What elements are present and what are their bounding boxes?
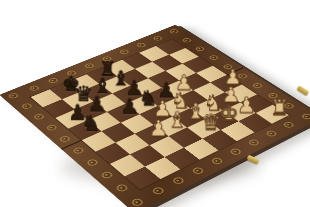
brass-ring-ornament [191,166,205,175]
brass-ring-ornament [251,82,263,89]
brass-ring-ornament [136,42,147,48]
brass-ring-ornament [119,49,131,55]
brass-ring-ornament [84,63,96,69]
brass-ring-ornament [47,77,59,84]
brass-ring-ornament [100,171,114,180]
chess-board: ♚♜♛♝♝♟♟♟♞♟♞♟♟♟♞♟♟♝♝♞♟♛♚♟♜ [0,25,310,207]
brass-ring-ornament [7,92,19,99]
brass-ring-ornament [168,28,179,34]
brass-ring-ornament [28,85,40,92]
brass-ring-ornament [86,158,100,167]
photo-background: ♚♜♛♝♝♟♟♟♞♟♞♟♟♟♞♟♟♝♝♞♟♛♚♟♜ [0,0,310,207]
brass-ring-ornament [300,113,310,120]
brass-ring-ornament [265,130,278,138]
black-knight[interactable]: ♞ [79,112,103,135]
brass-ring-ornament [58,135,71,143]
brass-ring-ornament [151,186,165,195]
brass-ring-ornament [229,148,243,156]
brass-ring-ornament [72,146,85,154]
white-queen[interactable]: ♛ [199,111,223,134]
brass-ring-ornament [247,138,260,146]
brass-ring-ornament [115,183,129,192]
black-pawn[interactable]: ♟ [118,96,141,118]
brass-ring-ornament [171,176,185,185]
brass-ring-ornament [194,46,206,52]
white-pawn[interactable]: ♟ [146,117,170,140]
brass-ring-ornament [210,157,224,165]
brass-ring-ornament [33,113,46,120]
brass-clasp-pin [297,85,310,96]
white-rook[interactable]: ♜ [268,97,291,119]
brass-ring-ornament [282,121,295,129]
brass-ring-ornament [152,36,163,42]
brass-ring-ornament [45,124,58,132]
brass-ring-ornament [181,37,192,43]
brass-ring-ornament [208,55,220,61]
brass-ring-ornament [21,103,33,110]
brass-ring-ornament [130,198,144,207]
